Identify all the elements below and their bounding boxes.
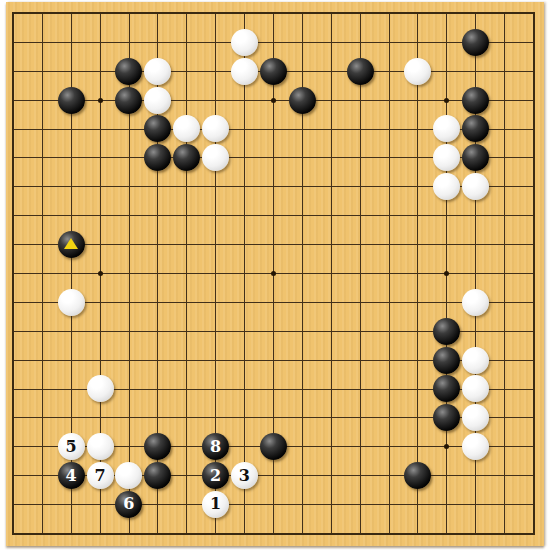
stone-white: 3 [231,462,258,489]
triangle-marker-icon [64,238,78,249]
stone-black [260,433,287,460]
stone-black: 4 [58,462,85,489]
stone-white: 1 [202,491,229,518]
stone-black [462,87,489,114]
stone-white [87,433,114,460]
move-number: 3 [239,468,250,484]
stone-black [433,347,460,374]
stone-white [462,289,489,316]
stone-black [58,231,85,258]
stone-white: 5 [58,433,85,460]
stone-black [260,58,287,85]
star-point [271,271,276,276]
stone-black [462,29,489,56]
stone-black [115,58,142,85]
star-point [444,271,449,276]
stone-white [231,58,258,85]
move-number: 2 [210,468,221,484]
stone-white [58,289,85,316]
move-number: 4 [66,468,77,484]
stone-white [144,58,171,85]
star-point [444,98,449,103]
stone-white [87,375,114,402]
stone-white [144,87,171,114]
stone-black [58,87,85,114]
move-number: 6 [123,496,134,512]
star-point [271,98,276,103]
stone-black [289,87,316,114]
stone-black [347,58,374,85]
stone-white: 7 [87,462,114,489]
move-number: 5 [66,439,77,455]
move-number: 7 [94,468,105,484]
stone-white [231,29,258,56]
page: 58472361 [0,0,550,550]
stone-white [462,347,489,374]
stone-black: 2 [202,462,229,489]
stone-black [433,318,460,345]
stone-white [404,58,431,85]
move-number: 1 [210,496,221,512]
star-point [98,271,103,276]
stone-black [115,87,142,114]
move-number: 8 [210,439,221,455]
star-point [98,98,103,103]
